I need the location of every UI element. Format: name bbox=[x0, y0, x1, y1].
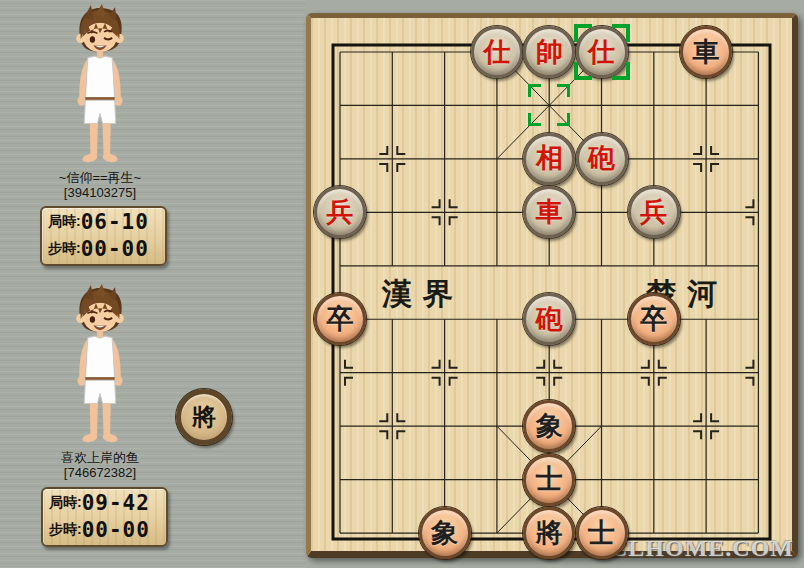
bottom-move-time-value: 00-00 bbox=[82, 517, 150, 542]
piece-char: 士 bbox=[588, 520, 615, 547]
piece-char: 相 bbox=[536, 145, 563, 172]
bracket-corner-br bbox=[557, 113, 570, 126]
piece-char: 帥 bbox=[536, 39, 563, 66]
bracket-corner-br bbox=[612, 62, 630, 80]
piece-char: 砲 bbox=[588, 145, 615, 172]
piece-black-象[interactable]: 象 bbox=[419, 507, 471, 559]
bottom-game-time-value: 09-42 bbox=[82, 490, 150, 515]
piece-black-卒[interactable]: 卒 bbox=[314, 293, 366, 345]
bracket-corner-tl bbox=[574, 24, 592, 42]
piece-black-將[interactable]: 將 bbox=[523, 507, 575, 559]
piece-red-兵[interactable]: 兵 bbox=[628, 186, 680, 238]
top-player-id: [394103275] bbox=[10, 185, 190, 200]
piece-red-帥[interactable]: 帥 bbox=[523, 26, 575, 78]
player-panel-sidebar: ~信仰==再生~ [394103275] 局時: 06-10 步時: 00-00… bbox=[0, 0, 305, 568]
piece-red-砲[interactable]: 砲 bbox=[523, 293, 575, 345]
last-move-to-bracket bbox=[574, 24, 630, 80]
piece-red-兵[interactable]: 兵 bbox=[314, 186, 366, 238]
bracket-corner-bl bbox=[574, 62, 592, 80]
bracket-corner-tr bbox=[612, 24, 630, 42]
bottom-game-time-label: 局時: bbox=[49, 494, 82, 512]
piece-char: 兵 bbox=[327, 199, 354, 226]
piece-red-仕[interactable]: 仕 bbox=[471, 26, 523, 78]
bracket-corner-tr bbox=[557, 84, 570, 97]
xiangqi-game-window: ~信仰==再生~ [394103275] 局時: 06-10 步時: 00-00… bbox=[0, 0, 804, 568]
bottom-player-id: [746672382] bbox=[10, 465, 190, 480]
bottom-player-side-indicator-piece: 將 bbox=[176, 389, 232, 445]
bottom-player-clock: 局時: 09-42 步時: 00-00 bbox=[41, 487, 168, 547]
piece-black-士[interactable]: 士 bbox=[523, 454, 575, 506]
avatar-top-player bbox=[54, 4, 146, 168]
piece-char: 兵 bbox=[640, 199, 667, 226]
piece-char: 象 bbox=[536, 413, 563, 440]
piece-char: 卒 bbox=[327, 306, 354, 333]
bottom-move-time-label: 步時: bbox=[49, 521, 82, 539]
bracket-corner-bl bbox=[528, 113, 541, 126]
piece-black-車[interactable]: 車 bbox=[680, 26, 732, 78]
piece-char: 車 bbox=[693, 39, 720, 66]
piece-red-砲[interactable]: 砲 bbox=[576, 133, 628, 185]
piece-char: 仕 bbox=[483, 39, 510, 66]
piece-black-卒[interactable]: 卒 bbox=[628, 293, 680, 345]
river-label-left: 漢界 bbox=[382, 274, 464, 315]
top-move-time-label: 步時: bbox=[48, 240, 81, 258]
piece-red-車[interactable]: 車 bbox=[523, 186, 575, 238]
bracket-corner-tl bbox=[528, 84, 541, 97]
piece-char: 車 bbox=[536, 199, 563, 226]
avatar-bottom-player bbox=[54, 284, 146, 448]
piece-char: 砲 bbox=[536, 306, 563, 333]
last-move-from-marker bbox=[528, 84, 570, 126]
top-move-time-value: 00-00 bbox=[81, 236, 149, 261]
top-game-time-label: 局時: bbox=[48, 213, 81, 231]
piece-red-相[interactable]: 相 bbox=[523, 133, 575, 185]
piece-black-象[interactable]: 象 bbox=[523, 400, 575, 452]
top-player-clock: 局時: 06-10 步時: 00-00 bbox=[40, 206, 167, 266]
side-indicator-char: 將 bbox=[192, 401, 216, 433]
piece-char: 將 bbox=[536, 520, 563, 547]
piece-char: 象 bbox=[431, 520, 458, 547]
top-game-time-value: 06-10 bbox=[81, 209, 149, 234]
xiangqi-board[interactable]: 漢界 楚河 仕帥仕車相砲兵車兵卒砲卒象士象將士 RCLHOME.COM bbox=[305, 0, 804, 568]
piece-black-士[interactable]: 士 bbox=[576, 507, 628, 559]
piece-char: 卒 bbox=[640, 306, 667, 333]
piece-char: 士 bbox=[536, 466, 563, 493]
